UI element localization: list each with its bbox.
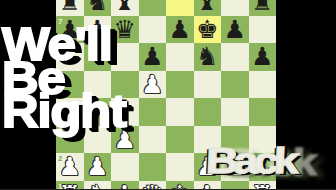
overlay-text-line-3: Right bbox=[2, 93, 126, 129]
piece-black-pawn[interactable]: ♟ bbox=[221, 16, 249, 44]
square-e4[interactable] bbox=[166, 98, 194, 126]
square-d8[interactable] bbox=[139, 0, 167, 16]
piece-black-king[interactable]: ♚ bbox=[194, 16, 222, 44]
glitch-text-main: Back bbox=[205, 141, 294, 181]
square-d2[interactable] bbox=[139, 153, 167, 181]
square-g7[interactable]: ♟ bbox=[221, 16, 249, 44]
square-d4[interactable] bbox=[139, 98, 167, 126]
square-g4[interactable] bbox=[221, 98, 249, 126]
square-d7[interactable] bbox=[139, 16, 167, 44]
rank-label-1: 1 bbox=[58, 182, 68, 190]
square-f5[interactable] bbox=[194, 71, 222, 99]
piece-white-pawn[interactable]: ♟ bbox=[84, 153, 112, 181]
square-c8[interactable]: ♝ bbox=[111, 0, 139, 16]
square-e8[interactable] bbox=[166, 0, 194, 16]
square-h7[interactable] bbox=[249, 16, 277, 44]
piece-black-rook[interactable]: ♜ bbox=[249, 0, 277, 16]
piece-black-knight[interactable]: ♞ bbox=[84, 0, 112, 16]
square-h5[interactable] bbox=[249, 71, 277, 99]
square-d1[interactable]: ♛ bbox=[139, 181, 167, 190]
square-e7[interactable]: ♟ bbox=[166, 16, 194, 44]
square-h8[interactable]: ♜ bbox=[249, 0, 277, 16]
square-e5[interactable] bbox=[166, 71, 194, 99]
square-f4[interactable] bbox=[194, 98, 222, 126]
piece-white-queen[interactable]: ♛ bbox=[139, 181, 167, 190]
piece-black-rook[interactable]: ♜ bbox=[56, 0, 84, 16]
piece-white-pawn[interactable]: ♟ bbox=[139, 71, 167, 99]
square-b1[interactable]: ♞ bbox=[84, 181, 112, 190]
square-h4[interactable] bbox=[249, 98, 277, 126]
square-f8[interactable]: ♝ bbox=[194, 0, 222, 16]
square-d3[interactable] bbox=[139, 126, 167, 154]
square-g8[interactable] bbox=[221, 0, 249, 16]
square-g5[interactable] bbox=[221, 71, 249, 99]
square-d6[interactable]: ♟ bbox=[139, 43, 167, 71]
piece-black-queen[interactable]: ♛ bbox=[111, 16, 139, 44]
square-b2[interactable]: ♟ bbox=[84, 153, 112, 181]
piece-black-knight[interactable]: ♞ bbox=[194, 43, 222, 71]
square-a8[interactable]: ♜ bbox=[56, 0, 84, 16]
square-d5[interactable]: ♟ bbox=[139, 71, 167, 99]
square-c2[interactable] bbox=[111, 153, 139, 181]
piece-black-pawn[interactable]: ♟ bbox=[166, 16, 194, 44]
square-e2[interactable] bbox=[166, 153, 194, 181]
rank-label-2: 2 bbox=[58, 154, 68, 163]
video-frame: ♜♞♝♝♜♟♟♛♟♚♟♟♞♟♟♟♟♟♟♟♟♜♞♝♛♚♝♜ We'll Be Ri… bbox=[0, 0, 336, 189]
piece-white-bishop[interactable]: ♝ bbox=[111, 181, 139, 190]
square-c6[interactable] bbox=[111, 43, 139, 71]
piece-black-pawn[interactable]: ♟ bbox=[139, 43, 167, 71]
square-g6[interactable] bbox=[221, 43, 249, 71]
square-e6[interactable] bbox=[166, 43, 194, 71]
square-f6[interactable]: ♞ bbox=[194, 43, 222, 71]
square-f7[interactable]: ♚ bbox=[194, 16, 222, 44]
square-h6[interactable]: ♟ bbox=[249, 43, 277, 71]
piece-black-bishop[interactable]: ♝ bbox=[111, 0, 139, 16]
square-c7[interactable]: ♛ bbox=[111, 16, 139, 44]
piece-white-knight[interactable]: ♞ bbox=[84, 181, 112, 190]
piece-black-bishop[interactable]: ♝ bbox=[194, 0, 222, 16]
square-e1[interactable]: ♚ bbox=[166, 181, 194, 190]
square-e3[interactable] bbox=[166, 126, 194, 154]
square-b8[interactable]: ♞ bbox=[84, 0, 112, 16]
piece-white-king[interactable]: ♚ bbox=[166, 181, 194, 190]
overlay-glitch-back: Back Back bbox=[205, 141, 336, 185]
piece-black-pawn[interactable]: ♟ bbox=[249, 43, 277, 71]
square-c1[interactable]: ♝ bbox=[111, 181, 139, 190]
